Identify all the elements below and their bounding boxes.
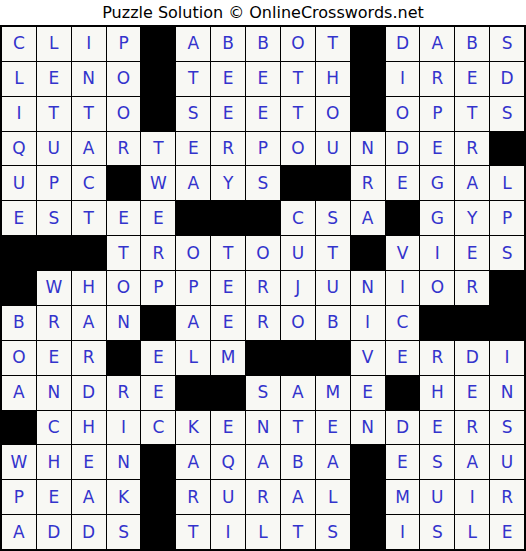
letter-cell: I [351,306,385,340]
letter-cell: A [455,445,489,479]
letter-cell: T [72,97,106,131]
letter-cell: S [37,201,71,235]
letter-cell: O [316,97,350,131]
letter-cell: C [281,201,315,235]
letter-cell: A [281,480,315,514]
letter-cell: N [72,62,106,96]
letter-cell: R [420,341,454,375]
letter-cell: E [455,376,489,410]
letter-cell: E [246,62,280,96]
black-cell [72,236,106,270]
black-cell [316,341,350,375]
letter-cell: D [37,515,71,549]
letter-cell: R [211,132,245,166]
letter-cell: B [246,27,280,61]
letter-cell: L [37,27,71,61]
letter-cell: O [2,341,36,375]
black-cell [141,445,175,479]
letter-cell: W [141,166,175,200]
letter-cell: U [2,166,36,200]
letter-cell: E [176,132,210,166]
letter-cell: Y [211,166,245,200]
letter-cell: A [72,480,106,514]
letter-cell: R [455,411,489,445]
letter-cell: T [37,97,71,131]
letter-cell: I [490,341,524,375]
letter-cell: R [72,341,106,375]
letter-cell: S [420,445,454,479]
letter-cell: A [72,306,106,340]
letter-cell: U [490,445,524,479]
letter-cell: I [386,515,420,549]
letter-cell: R [246,306,280,340]
black-cell [420,306,454,340]
letter-cell: A [281,376,315,410]
letter-cell: U [316,271,350,305]
letter-cell: C [37,411,71,445]
letter-cell: T [281,411,315,445]
letter-cell: A [455,166,489,200]
letter-cell: N [490,376,524,410]
letter-cell: S [246,166,280,200]
letter-cell: G [420,201,454,235]
letter-cell: L [2,62,36,96]
letter-cell: T [141,132,175,166]
letter-cell: N [351,271,385,305]
letter-cell: L [316,480,350,514]
letter-cell: E [37,341,71,375]
letter-cell: M [386,480,420,514]
black-cell [316,166,350,200]
letter-cell: D [455,341,489,375]
letter-cell: E [211,62,245,96]
letter-cell: N [246,411,280,445]
letter-cell: R [107,376,141,410]
letter-cell: G [420,166,454,200]
letter-cell: E [351,376,385,410]
letter-cell: E [211,306,245,340]
letter-cell: S [316,201,350,235]
letter-cell: A [176,27,210,61]
letter-cell: V [351,341,385,375]
letter-cell: E [37,480,71,514]
letter-cell: E [420,132,454,166]
letter-cell: M [211,341,245,375]
letter-cell: S [490,97,524,131]
letter-cell: E [37,62,71,96]
letter-cell: H [420,376,454,410]
letter-cell: S [490,236,524,270]
letter-cell: R [455,132,489,166]
letter-cell: O [281,27,315,61]
letter-cell: H [72,271,106,305]
letter-cell: Y [455,201,489,235]
letter-cell: R [246,271,280,305]
letter-cell: T [455,97,489,131]
black-cell [37,236,71,270]
letter-cell: P [141,271,175,305]
black-cell [351,480,385,514]
letter-cell: O [176,236,210,270]
letter-cell: S [490,411,524,445]
letter-cell: N [351,132,385,166]
black-cell [490,306,524,340]
letter-cell: I [420,236,454,270]
letter-cell: E [420,411,454,445]
black-cell [351,62,385,96]
letter-cell: B [2,306,36,340]
letter-cell: W [2,445,36,479]
letter-cell: A [2,515,36,549]
letter-cell: V [386,236,420,270]
letter-cell: Q [211,445,245,479]
letter-cell: D [386,27,420,61]
letter-cell: R [490,480,524,514]
letter-cell: E [141,341,175,375]
letter-cell: B [316,306,350,340]
black-cell [141,62,175,96]
letter-cell: E [2,201,36,235]
letter-cell: P [2,480,36,514]
letter-cell: S [246,376,280,410]
black-cell [490,132,524,166]
letter-cell: D [72,515,106,549]
black-cell [211,376,245,410]
letter-cell: N [37,376,71,410]
black-cell [107,341,141,375]
letter-cell: C [141,411,175,445]
letter-cell: M [316,376,350,410]
letter-cell: C [2,27,36,61]
letter-cell: E [107,201,141,235]
letter-cell: J [281,271,315,305]
black-cell [351,97,385,131]
letter-cell: U [281,236,315,270]
letter-cell: P [37,166,71,200]
page-title: Puzzle Solution © OnlineCrosswords.net [0,0,526,25]
black-cell [351,27,385,61]
black-cell [2,271,36,305]
letter-cell: T [316,236,350,270]
black-cell [211,201,245,235]
letter-cell: D [490,62,524,96]
letter-cell: T [107,236,141,270]
letter-cell: U [37,132,71,166]
letter-cell: E [72,445,106,479]
letter-cell: L [490,166,524,200]
letter-cell: O [107,271,141,305]
letter-cell: E [211,271,245,305]
letter-cell: I [386,271,420,305]
black-cell [455,306,489,340]
puzzle-page: Puzzle Solution © OnlineCrosswords.net C… [0,0,526,551]
letter-cell: D [386,411,420,445]
black-cell [351,236,385,270]
letter-cell: O [107,62,141,96]
letter-cell: A [2,376,36,410]
letter-cell: R [246,480,280,514]
letter-cell: R [141,236,175,270]
black-cell [176,376,210,410]
letter-cell: T [176,515,210,549]
letter-cell: L [176,341,210,375]
letter-cell: S [316,515,350,549]
letter-cell: E [386,341,420,375]
letter-cell: P [420,97,454,131]
letter-cell: H [316,62,350,96]
letter-cell: S [490,27,524,61]
black-cell [141,306,175,340]
black-cell [2,236,36,270]
letter-cell: T [211,236,245,270]
black-cell [490,271,524,305]
letter-cell: R [420,62,454,96]
letter-cell: E [386,445,420,479]
letter-cell: U [316,132,350,166]
letter-cell: A [176,166,210,200]
letter-cell: E [211,411,245,445]
letter-cell: T [281,97,315,131]
letter-cell: C [72,166,106,200]
black-cell [141,27,175,61]
letter-cell: U [420,480,454,514]
letter-cell: E [316,411,350,445]
letter-cell: S [176,97,210,131]
letter-cell: T [281,515,315,549]
black-cell [386,201,420,235]
letter-cell: A [72,132,106,166]
black-cell [141,480,175,514]
letter-cell: U [211,480,245,514]
black-cell [386,376,420,410]
letter-cell: H [37,445,71,479]
letter-cell: B [281,445,315,479]
black-cell [246,201,280,235]
black-cell [246,341,280,375]
letter-cell: O [420,271,454,305]
letter-cell: E [246,97,280,131]
letter-cell: P [246,132,280,166]
letter-cell: I [2,97,36,131]
letter-cell: C [386,306,420,340]
letter-cell: I [72,27,106,61]
black-cell [2,411,36,445]
black-cell [141,97,175,131]
letter-cell: E [386,166,420,200]
letter-cell: A [351,201,385,235]
letter-cell: L [246,515,280,549]
black-cell [107,166,141,200]
letter-cell: E [211,97,245,131]
letter-cell: A [246,445,280,479]
letter-cell: R [107,132,141,166]
letter-cell: H [72,411,106,445]
letter-cell: I [386,62,420,96]
letter-cell: T [281,62,315,96]
black-cell [141,515,175,549]
letter-cell: P [490,201,524,235]
letter-cell: B [455,27,489,61]
letter-cell: O [281,132,315,166]
letter-cell: A [316,445,350,479]
letter-cell: R [176,480,210,514]
letter-cell: R [37,306,71,340]
letter-cell: E [141,376,175,410]
letter-cell: P [107,27,141,61]
letter-cell: E [455,236,489,270]
letter-cell: I [455,480,489,514]
letter-cell: W [37,271,71,305]
letter-cell: Q [2,132,36,166]
letter-cell: E [455,62,489,96]
letter-cell: A [176,445,210,479]
letter-cell: T [72,201,106,235]
letter-cell: K [107,480,141,514]
letter-cell: B [211,27,245,61]
black-cell [281,341,315,375]
letter-cell: P [176,271,210,305]
letter-cell: T [316,27,350,61]
crossword-grid: CLIPABBOTDABSLENOTEETHIREDITTOSEETOOPTSQ… [0,25,526,551]
letter-cell: I [211,515,245,549]
black-cell [351,445,385,479]
letter-cell: O [281,306,315,340]
letter-cell: R [351,166,385,200]
letter-cell: D [72,376,106,410]
letter-cell: N [107,445,141,479]
black-cell [281,166,315,200]
letter-cell: A [420,27,454,61]
letter-cell: D [386,132,420,166]
letter-cell: S [420,515,454,549]
letter-cell: A [176,306,210,340]
letter-cell: E [490,515,524,549]
letter-cell: K [176,411,210,445]
black-cell [351,515,385,549]
black-cell [176,201,210,235]
letter-cell: E [141,201,175,235]
letter-cell: N [107,306,141,340]
letter-cell: R [455,271,489,305]
letter-cell: L [455,515,489,549]
letter-cell: S [107,515,141,549]
letter-cell: O [386,97,420,131]
letter-cell: O [107,97,141,131]
letter-cell: O [246,236,280,270]
letter-cell: T [176,62,210,96]
letter-cell: N [351,411,385,445]
letter-cell: I [107,411,141,445]
